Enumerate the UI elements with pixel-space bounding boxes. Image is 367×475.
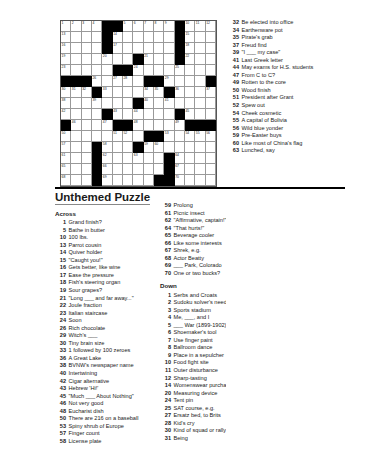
clue-number: 35 (228, 34, 239, 42)
across-clue: 50There are 216 on a baseball (55, 415, 163, 423)
across-clue: 43Hebrew 'Hi!' (55, 385, 163, 393)
grid-cell[interactable] (185, 98, 195, 109)
grid-cell[interactable] (123, 153, 133, 164)
grid-cell[interactable] (113, 142, 123, 153)
grid-cell[interactable] (185, 153, 195, 164)
clue-number: 11 (160, 367, 171, 375)
grid-cell[interactable]: 26 (92, 76, 102, 87)
grid-cell[interactable]: 34 (144, 87, 154, 98)
black-cell (175, 21, 185, 32)
down-clue: 54Cheek cosmetic (228, 110, 360, 118)
grid-cell[interactable] (82, 54, 92, 65)
grid-cell[interactable] (175, 98, 185, 109)
grid-cell[interactable] (113, 87, 123, 98)
grid-cell[interactable]: 3 (82, 21, 92, 32)
clue-text: Wild blue yonder (242, 125, 284, 131)
grid-cell[interactable] (195, 32, 205, 43)
grid-cell[interactable]: 64 (175, 153, 185, 164)
grid-cell[interactable] (195, 164, 205, 175)
grid-cell[interactable] (92, 43, 102, 54)
black-cell (175, 54, 185, 65)
grid-cell[interactable] (123, 87, 133, 98)
down-clues-column-continued: 32Be elected into office34Earthenware po… (228, 19, 360, 155)
clue-number: 10 (160, 359, 171, 367)
grid-cell[interactable]: 62 (102, 153, 112, 164)
grid-cell[interactable]: 39 (92, 98, 102, 109)
grid-cell[interactable]: 16 (61, 43, 71, 54)
grid-cell[interactable]: 8 (154, 21, 164, 32)
grid-cell[interactable] (195, 76, 205, 87)
clue-number: 24 (160, 397, 171, 405)
black-cell (102, 43, 112, 54)
clue-text: Actor Beatty (174, 255, 204, 261)
cell-number: 34 (144, 87, 148, 91)
clue-number: 16 (55, 264, 66, 272)
grid-cell[interactable]: 48 (133, 120, 143, 131)
clue-text: ___ War (1899-1902) (174, 322, 227, 328)
down-clue: 14Womenswear purchase (160, 382, 226, 390)
grid-cell[interactable] (71, 175, 81, 186)
down-clue: 44May exams for H.S. students (228, 64, 360, 72)
black-cell (154, 76, 164, 87)
grid-cell[interactable] (164, 65, 174, 76)
black-cell (154, 175, 164, 186)
grid-cell[interactable]: 13 (61, 32, 71, 43)
grid-cell[interactable]: 6 (133, 21, 143, 32)
grid-cell[interactable] (133, 76, 143, 87)
grid-cell[interactable] (164, 120, 174, 131)
clue-number: 3 (160, 307, 171, 315)
grid-cell[interactable] (82, 65, 92, 76)
cell-number: 27 (113, 76, 117, 80)
grid-cell[interactable]: 57 (61, 142, 71, 153)
grid-cell[interactable]: 69 (102, 175, 112, 186)
cell-number: 63 (134, 153, 138, 157)
grid-cell[interactable] (113, 153, 123, 164)
grid-cell[interactable] (195, 109, 205, 120)
grid-cell[interactable] (154, 54, 164, 65)
down-clue: 59Pre-Easter buys (228, 132, 360, 140)
grid-cell[interactable] (82, 43, 92, 54)
grid-cell[interactable] (175, 142, 185, 153)
grid-cell[interactable]: 46 (71, 120, 81, 131)
clue-text: Italian staircase (69, 310, 108, 316)
down-clue: 28Kid's cry (160, 420, 226, 428)
grid-cell[interactable]: 51 (113, 131, 123, 142)
cell-number: 60 (154, 142, 158, 146)
grid-cell[interactable]: 47 (102, 120, 112, 131)
grid-cell[interactable] (164, 32, 174, 43)
clue-text: Cheek cosmetic (242, 110, 282, 116)
across-clue: 70One or two bucks? (160, 270, 226, 278)
grid-cell[interactable]: 21 (144, 54, 154, 65)
grid-cell[interactable] (82, 32, 92, 43)
grid-cell[interactable] (82, 98, 92, 109)
clue-text: Tiny brain size (69, 340, 105, 346)
black-cell (185, 120, 195, 131)
grid-cell[interactable] (206, 175, 216, 186)
clue-text: Finger count (69, 430, 100, 436)
grid-cell[interactable] (206, 98, 216, 109)
grid-cell[interactable] (164, 142, 174, 153)
grid-cell[interactable] (164, 54, 174, 65)
grid-cell[interactable] (71, 98, 81, 109)
grid-cell[interactable] (206, 142, 216, 153)
grid-cell[interactable] (154, 164, 164, 175)
clue-number: 18 (55, 279, 66, 287)
clue-number: 59 (228, 132, 239, 140)
cell-number: 41 (165, 98, 169, 102)
clue-text: Witch's ___ (69, 332, 98, 338)
cell-number: 30 (62, 87, 66, 91)
grid-cell[interactable] (144, 175, 154, 186)
grid-cell[interactable] (102, 131, 112, 142)
clue-text: Fish's steering organ (69, 279, 121, 285)
clue-number: 9 (160, 352, 171, 360)
down-clue: 4Me, ___, and I (160, 314, 226, 322)
grid-cell[interactable] (185, 65, 195, 76)
grid-cell[interactable]: 53 (164, 131, 174, 142)
across-clue: 13Parrot cousin (55, 242, 163, 250)
grid-cell[interactable]: 41 (164, 98, 174, 109)
grid-cell[interactable] (92, 131, 102, 142)
black-cell (92, 175, 102, 186)
grid-cell[interactable] (82, 120, 92, 131)
across-clue: 26Rich chocolate (55, 325, 163, 333)
grid-cell[interactable] (113, 54, 123, 65)
grid-cell[interactable]: 15 (185, 32, 195, 43)
grid-cell[interactable] (144, 43, 154, 54)
down-clue: 51President after Grant (228, 94, 360, 102)
clue-number: 64 (160, 225, 171, 233)
grid-cell[interactable] (164, 109, 174, 120)
grid-cell[interactable]: 63 (133, 153, 143, 164)
clue-text: "That hurts!" (174, 225, 205, 231)
grid-cell[interactable]: 52 (123, 131, 133, 142)
grid-cell[interactable] (164, 43, 174, 54)
grid-cell[interactable]: 55 (195, 131, 205, 142)
grid-cell[interactable]: 42 (61, 109, 71, 120)
grid-cell[interactable] (185, 164, 195, 175)
down-clue: 27Ersatz bed, to Brits (160, 412, 226, 420)
clue-text: Cigar alternative (69, 378, 110, 384)
cell-number: 21 (144, 54, 148, 58)
cell-number: 36 (175, 87, 179, 91)
grid-cell[interactable] (206, 32, 216, 43)
grid-cell[interactable]: 19 (61, 54, 71, 65)
grid-cell[interactable] (195, 142, 205, 153)
grid-cell[interactable] (133, 43, 143, 54)
grid-cell[interactable]: 25 (175, 65, 185, 76)
grid-cell[interactable] (195, 54, 205, 65)
grid-cell[interactable] (123, 54, 133, 65)
clue-number: 48 (55, 408, 66, 416)
cell-number: 6 (134, 21, 136, 25)
down-clue: 50Wood finish (228, 87, 360, 95)
middle-clues-column: 59Prolong61Picnic insect62"Affirmative, … (160, 202, 226, 442)
cell-number: 14 (113, 32, 117, 36)
clue-number: 25 (160, 405, 171, 413)
clue-text: Sudoku solver's need (174, 299, 227, 305)
clue-text: Sports stadium (174, 307, 211, 313)
grid-cell[interactable] (206, 109, 216, 120)
grid-cell[interactable] (71, 32, 81, 43)
grid-cell[interactable] (92, 120, 102, 131)
grid-cell[interactable] (185, 142, 195, 153)
grid-cell[interactable]: 4 (92, 21, 102, 32)
down-clue: 37Freud find (228, 42, 360, 50)
clue-text: 1 followed by 100 zeroes (69, 347, 131, 353)
grid-cell[interactable] (71, 54, 81, 65)
grid-cell[interactable] (82, 175, 92, 186)
cell-number: 8 (154, 21, 156, 25)
grid-cell[interactable] (82, 164, 92, 175)
grid-cell[interactable]: 66 (102, 164, 112, 175)
clue-text: May exams for H.S. students (242, 64, 314, 70)
grid-cell[interactable]: 50 (61, 131, 71, 142)
grid-cell[interactable]: 43 (113, 109, 123, 120)
grid-cell[interactable] (71, 65, 81, 76)
across-clue: 69___ Park, Colorado (160, 262, 226, 270)
grid-cell[interactable] (154, 43, 164, 54)
grid-cell[interactable]: 38 (61, 98, 71, 109)
grid-cell[interactable]: 5 (123, 21, 133, 32)
down-clue: 3Sports stadium (160, 307, 226, 315)
across-clue: 14Quiver holder (55, 249, 163, 257)
cell-number: 55 (196, 131, 200, 135)
grid-cell[interactable]: 45 (185, 109, 195, 120)
grid-cell[interactable]: 65 (61, 164, 71, 175)
grid-cell[interactable] (113, 175, 123, 186)
grid-cell[interactable] (144, 109, 154, 120)
grid-cell[interactable] (71, 43, 81, 54)
grid-cell[interactable]: 44 (133, 109, 143, 120)
grid-cell[interactable] (71, 142, 81, 153)
clue-text: Lunched, say (242, 147, 275, 153)
grid-cell[interactable]: 58 (102, 142, 112, 153)
across-clue: 45"Much ___ About Nothing" (55, 393, 163, 401)
grid-cell[interactable]: 20 (102, 54, 112, 65)
grid-cell[interactable]: 67 (175, 164, 185, 175)
grid-cell[interactable]: 22 (185, 54, 195, 65)
grid-cell[interactable]: 37 (206, 87, 216, 98)
grid-cell[interactable]: 68 (61, 175, 71, 186)
grid-cell[interactable] (92, 32, 102, 43)
grid-cell[interactable] (206, 153, 216, 164)
grid-cell[interactable] (133, 175, 143, 186)
grid-cell[interactable] (82, 109, 92, 120)
clue-text: Parrot cousin (69, 242, 102, 248)
clue-number: 28 (160, 420, 171, 428)
grid-cell[interactable] (113, 98, 123, 109)
clue-number: 47 (228, 72, 239, 80)
clue-text: Ersatz bed, to Brits (174, 412, 221, 418)
cell-number: 45 (185, 109, 189, 113)
grid-cell[interactable] (144, 120, 154, 131)
grid-cell[interactable]: 40 (144, 98, 154, 109)
grid-cell[interactable]: 60 (154, 142, 164, 153)
clue-number: 32 (228, 19, 239, 27)
grid-cell[interactable] (71, 109, 81, 120)
grid-cell[interactable] (123, 142, 133, 153)
grid-cell[interactable] (206, 164, 216, 175)
grid-cell[interactable]: 29 (164, 76, 174, 87)
grid-cell[interactable]: 49 (175, 120, 185, 131)
black-cell (82, 76, 92, 87)
black-cell (71, 76, 81, 87)
clue-text: BVNW's newspaper name (69, 362, 134, 368)
grid-cell[interactable]: 24 (133, 65, 143, 76)
grid-cell[interactable] (154, 32, 164, 43)
grid-cell[interactable] (144, 153, 154, 164)
grid-cell[interactable] (102, 76, 112, 87)
clue-text: Hebrew 'Hi!' (69, 385, 99, 391)
clue-number: 23 (55, 310, 66, 318)
grid-cell[interactable] (123, 175, 133, 186)
grid-cell[interactable] (102, 65, 112, 76)
grid-cell[interactable] (133, 131, 143, 142)
grid-cell[interactable] (206, 65, 216, 76)
clue-number: 70 (160, 270, 171, 278)
grid-cell[interactable]: 2 (71, 21, 81, 32)
clue-number: 8 (160, 344, 171, 352)
clue-number: 10 (55, 234, 66, 242)
clue-text: A Great Lake (69, 355, 102, 361)
grid-cell[interactable]: 35 (154, 87, 164, 98)
grid-cell[interactable]: 9 (164, 21, 174, 32)
grid-cell[interactable]: 70 (175, 175, 185, 186)
grid-cell[interactable]: 17 (113, 43, 123, 54)
grid-cell[interactable] (82, 153, 92, 164)
grid-cell[interactable] (133, 164, 143, 175)
grid-cell[interactable] (195, 153, 205, 164)
grid-cell[interactable] (195, 43, 205, 54)
grid-cell[interactable] (154, 109, 164, 120)
grid-cell[interactable] (154, 153, 164, 164)
grid-cell[interactable]: 56 (206, 131, 216, 142)
across-clue: 65Beverage cooler (160, 232, 226, 240)
grid-cell[interactable] (195, 65, 205, 76)
down-clue: 1Serbs and Croats (160, 292, 226, 300)
grid-cell[interactable] (92, 109, 102, 120)
grid-cell[interactable] (185, 175, 195, 186)
grid-cell[interactable]: 30 (61, 87, 71, 98)
grid-cell[interactable]: 14 (113, 32, 123, 43)
grid-cell[interactable] (185, 76, 195, 87)
grid-cell[interactable]: 7 (144, 21, 154, 32)
cell-number: 18 (185, 43, 189, 47)
grid-cell[interactable]: 18 (185, 43, 195, 54)
cell-number: 4 (92, 21, 94, 25)
clue-text: Quiver holder (69, 249, 103, 255)
grid-cell[interactable] (71, 153, 81, 164)
grid-cell[interactable]: 27 (113, 76, 123, 87)
grid-cell[interactable] (102, 98, 112, 109)
grid-cell[interactable]: 33 (102, 87, 112, 98)
clue-number: 54 (228, 110, 239, 118)
grid-cell[interactable] (195, 87, 205, 98)
grid-cell[interactable] (123, 32, 133, 43)
black-cell (175, 109, 185, 120)
grid-cell[interactable] (71, 131, 81, 142)
black-cell (164, 87, 174, 98)
clue-number: 63 (228, 147, 239, 155)
grid-cell[interactable] (206, 54, 216, 65)
across-clue: 59Prolong (160, 202, 226, 210)
grid-cell[interactable] (133, 87, 143, 98)
across-clue-list: 1Grand finish?5Bathe in butter10100 lbs.… (55, 219, 163, 445)
grid-cell[interactable] (92, 54, 102, 65)
black-cell (175, 43, 185, 54)
grid-cell[interactable]: 36 (175, 87, 185, 98)
cell-number: 43 (113, 109, 117, 113)
grid-cell[interactable]: 10 (185, 21, 195, 32)
grid-cell[interactable] (206, 43, 216, 54)
grid-cell[interactable] (195, 175, 205, 186)
down-clue: 2Sudoku solver's need (160, 299, 226, 307)
grid-cell[interactable] (123, 109, 133, 120)
grid-cell[interactable]: 31 (71, 87, 81, 98)
grid-cell[interactable]: 61 (61, 153, 71, 164)
cell-number: 10 (185, 21, 189, 25)
grid-cell[interactable] (123, 98, 133, 109)
clue-number: 49 (228, 79, 239, 87)
grid-cell[interactable] (123, 164, 133, 175)
down-clue: 11Outer disturbance (160, 367, 226, 375)
grid-cell[interactable] (82, 131, 92, 142)
grid-cell[interactable] (133, 32, 143, 43)
grid-cell[interactable]: 28 (123, 76, 133, 87)
grid-cell[interactable] (123, 43, 133, 54)
clue-text: A capital of Bolivia (242, 117, 287, 123)
grid-cell[interactable] (82, 142, 92, 153)
clue-text: 100 lbs. (69, 234, 89, 240)
grid-cell[interactable] (154, 98, 164, 109)
grid-cell[interactable]: 11 (195, 21, 205, 32)
grid-cell[interactable] (195, 98, 205, 109)
grid-cell[interactable] (154, 120, 164, 131)
grid-cell[interactable] (113, 164, 123, 175)
clue-number: 5 (55, 227, 66, 235)
grid-cell[interactable] (185, 87, 195, 98)
across-clue: 23Italian staircase (55, 310, 163, 318)
grid-cell[interactable] (154, 65, 164, 76)
grid-cell[interactable]: 59 (144, 142, 154, 153)
grid-cell[interactable] (175, 76, 185, 87)
clue-text: Soon (69, 317, 82, 323)
clue-text: Sharp-tasting (174, 375, 207, 381)
clue-text: Place in a sepulcher (174, 352, 224, 358)
grid-cell[interactable]: 1 (61, 21, 71, 32)
down-clue: 34Earthenware pot (228, 27, 360, 35)
grid-cell[interactable] (144, 164, 154, 175)
grid-cell[interactable] (144, 32, 154, 43)
across-clue: 22Joule fraction (55, 302, 163, 310)
clue-text: Joule fraction (69, 302, 102, 308)
grid-cell[interactable] (144, 65, 154, 76)
clue-text: Wood finish (242, 87, 271, 93)
grid-cell[interactable]: 54 (185, 131, 195, 142)
grid-cell[interactable] (92, 65, 102, 76)
grid-cell[interactable] (175, 131, 185, 142)
clue-text: Spiny shrub of Europe (69, 423, 124, 429)
grid-cell[interactable]: 23 (61, 65, 71, 76)
cell-number: 67 (175, 164, 179, 168)
down-clue-list: 1Serbs and Croats2Sudoku solver's need3S… (160, 292, 226, 443)
grid-cell[interactable]: 12 (206, 21, 216, 32)
grid-cell[interactable] (71, 164, 81, 175)
grid-cell[interactable]: 32 (82, 87, 92, 98)
